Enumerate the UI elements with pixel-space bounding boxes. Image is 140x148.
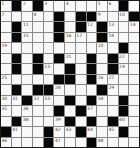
black-cell-r9c4 bbox=[33, 85, 43, 95]
white-cell-r6c5[interactable] bbox=[44, 54, 54, 64]
white-cell-r12c10[interactable] bbox=[97, 117, 107, 127]
clue-number: 48 bbox=[98, 138, 104, 143]
clue-number: 21 bbox=[66, 54, 72, 59]
clue-number: 22 bbox=[119, 54, 125, 59]
white-cell-r6c12[interactable]: 22 bbox=[119, 54, 129, 64]
black-cell-r6c9 bbox=[87, 54, 97, 64]
white-cell-r4c12[interactable] bbox=[119, 33, 129, 43]
black-cell-r4c6 bbox=[54, 33, 64, 43]
white-cell-r12c1[interactable] bbox=[1, 117, 11, 127]
white-cell-r8c3[interactable] bbox=[22, 75, 32, 85]
white-cell-r5c10[interactable]: 20 bbox=[97, 43, 107, 53]
clue-number: 26 bbox=[98, 75, 104, 80]
white-cell-r10c8[interactable] bbox=[76, 96, 86, 106]
black-cell-r6c4 bbox=[33, 54, 43, 64]
clue-number: 11 bbox=[23, 22, 29, 27]
white-cell-r4c8[interactable]: 17 bbox=[76, 33, 86, 43]
white-cell-r3c5[interactable] bbox=[44, 22, 54, 32]
white-cell-r10c13[interactable] bbox=[129, 96, 139, 106]
white-cell-r11c13[interactable] bbox=[129, 106, 139, 116]
clue-number: 42 bbox=[55, 127, 61, 132]
white-cell-r3c1[interactable] bbox=[1, 22, 11, 32]
white-cell-r10c6[interactable] bbox=[54, 96, 64, 106]
clue-number: 16 bbox=[66, 33, 72, 38]
black-cell-r3c10 bbox=[97, 22, 107, 32]
white-cell-r9c11[interactable]: 29 bbox=[108, 85, 118, 95]
black-cell-r12c7 bbox=[65, 117, 75, 127]
black-cell-r2c6 bbox=[54, 12, 64, 22]
black-cell-r11c12 bbox=[119, 106, 129, 116]
black-cell-r13c5 bbox=[44, 127, 54, 137]
white-cell-r5c1[interactable]: 19 bbox=[1, 43, 11, 53]
clue-number: 3 bbox=[44, 1, 47, 6]
white-cell-r11c9[interactable]: 37 bbox=[87, 106, 97, 116]
black-cell-r10c9 bbox=[87, 96, 97, 106]
white-cell-r5c6[interactable] bbox=[54, 43, 64, 53]
white-cell-r4c1[interactable] bbox=[1, 33, 11, 43]
white-cell-r7c5[interactable]: 23 bbox=[44, 64, 54, 74]
white-cell-r14c2[interactable] bbox=[12, 138, 22, 148]
white-cell-r14c10[interactable]: 48 bbox=[97, 138, 107, 148]
white-cell-r5c9[interactable] bbox=[87, 43, 97, 53]
white-cell-r3c11[interactable]: 13 bbox=[108, 22, 118, 32]
white-cell-r6c13[interactable] bbox=[129, 54, 139, 64]
black-cell-r2c9 bbox=[87, 12, 97, 22]
clue-number: 32 bbox=[34, 96, 40, 101]
white-cell-r10c11[interactable] bbox=[108, 96, 118, 106]
black-cell-r14c5 bbox=[44, 138, 54, 148]
white-cell-r11c7[interactable] bbox=[65, 106, 75, 116]
black-cell-r6c11 bbox=[108, 54, 118, 64]
clue-number: 45 bbox=[108, 127, 114, 132]
white-cell-r13c3[interactable] bbox=[22, 127, 32, 137]
black-cell-r8c9 bbox=[87, 75, 97, 85]
white-cell-r13c10[interactable] bbox=[97, 127, 107, 137]
white-cell-r7c8[interactable] bbox=[76, 64, 86, 74]
black-cell-r2c13 bbox=[129, 12, 139, 22]
clue-number: 7 bbox=[2, 12, 5, 17]
white-cell-r4c5[interactable] bbox=[44, 33, 54, 43]
black-cell-r4c2 bbox=[12, 33, 22, 43]
clue-number: 36 bbox=[23, 106, 29, 111]
clue-number: 37 bbox=[87, 106, 93, 111]
white-cell-r5c5[interactable] bbox=[44, 43, 54, 53]
white-cell-r9c12[interactable] bbox=[119, 85, 129, 95]
white-cell-r2c7[interactable] bbox=[65, 12, 75, 22]
white-cell-r2c1[interactable]: 7 bbox=[1, 12, 11, 22]
white-cell-r3c3[interactable]: 11 bbox=[22, 22, 32, 32]
clue-number: 5 bbox=[98, 1, 101, 6]
clue-number: 41 bbox=[12, 127, 18, 132]
white-cell-r2c4[interactable]: 8 bbox=[33, 12, 43, 22]
white-cell-r12c13[interactable] bbox=[129, 117, 139, 127]
white-cell-r13c7[interactable]: 43 bbox=[65, 127, 75, 137]
white-cell-r3c13[interactable]: 14 bbox=[129, 22, 139, 32]
white-cell-r9c8[interactable] bbox=[76, 85, 86, 95]
clue-number: 38 bbox=[23, 117, 29, 122]
black-cell-r3c8 bbox=[76, 22, 86, 32]
white-cell-r5c13[interactable] bbox=[129, 43, 139, 53]
white-cell-r1c11[interactable]: 6 bbox=[108, 1, 118, 11]
white-cell-r14c6[interactable]: 47 bbox=[54, 138, 64, 148]
white-cell-r13c13[interactable] bbox=[129, 127, 139, 137]
white-cell-r8c1[interactable]: 25 bbox=[1, 75, 11, 85]
clue-number: 30 bbox=[2, 96, 8, 101]
white-cell-r13c4[interactable] bbox=[33, 127, 43, 137]
clue-number: 47 bbox=[55, 138, 61, 143]
black-cell-r14c9 bbox=[87, 138, 97, 148]
black-cell-r2c8 bbox=[76, 12, 86, 22]
white-cell-r11c2[interactable] bbox=[12, 106, 22, 116]
crossword-grid: 1234567891011121314151617181920212223242… bbox=[0, 0, 140, 148]
white-cell-r8c4[interactable] bbox=[33, 75, 43, 85]
white-cell-r11c3[interactable]: 36 bbox=[22, 106, 32, 116]
white-cell-r1c7[interactable]: 4 bbox=[65, 1, 75, 11]
white-cell-r4c9[interactable] bbox=[87, 33, 97, 43]
white-cell-r1c6[interactable] bbox=[54, 1, 64, 11]
white-cell-r12c12[interactable]: 40 bbox=[119, 117, 129, 127]
clue-number: 43 bbox=[66, 127, 72, 132]
white-cell-r8c11[interactable]: 27 bbox=[108, 75, 118, 85]
black-cell-r12c11 bbox=[108, 117, 118, 127]
clue-number: 28 bbox=[55, 85, 61, 90]
clue-number: 19 bbox=[2, 43, 8, 48]
black-cell-r12c9 bbox=[87, 117, 97, 127]
white-cell-r6c1[interactable] bbox=[1, 54, 11, 64]
white-cell-r6c10[interactable] bbox=[97, 54, 107, 64]
white-cell-r7c6[interactable] bbox=[54, 64, 64, 74]
clue-number: 17 bbox=[76, 33, 82, 38]
white-cell-r2c3[interactable] bbox=[22, 12, 32, 22]
white-cell-r6c8[interactable] bbox=[76, 54, 86, 64]
clue-number: 46 bbox=[2, 138, 8, 143]
clue-number: 15 bbox=[23, 33, 29, 38]
black-cell-r1c2 bbox=[12, 1, 22, 11]
white-cell-r12c5[interactable] bbox=[44, 117, 54, 127]
white-cell-r1c3[interactable]: 2 bbox=[22, 1, 32, 11]
black-cell-r8c6 bbox=[54, 75, 64, 85]
white-cell-r10c10[interactable]: 34 bbox=[97, 96, 107, 106]
white-cell-r8c5[interactable] bbox=[44, 75, 54, 85]
white-cell-r2c12[interactable]: 10 bbox=[119, 12, 129, 22]
white-cell-r5c7[interactable] bbox=[65, 43, 75, 53]
white-cell-r6c7[interactable]: 21 bbox=[65, 54, 75, 64]
white-cell-r1c10[interactable]: 5 bbox=[97, 1, 107, 11]
clue-number: 13 bbox=[108, 22, 114, 27]
white-cell-r8c13[interactable] bbox=[129, 75, 139, 85]
white-cell-r1c1[interactable]: 1 bbox=[1, 1, 11, 11]
clue-number: 1 bbox=[2, 1, 5, 6]
black-cell-r13c8 bbox=[76, 127, 86, 137]
white-cell-r1c8[interactable] bbox=[76, 1, 86, 11]
white-cell-r5c8[interactable] bbox=[76, 43, 86, 53]
white-cell-r7c13[interactable] bbox=[129, 64, 139, 74]
clue-number: 39 bbox=[55, 117, 61, 122]
white-cell-r5c11[interactable] bbox=[108, 43, 118, 53]
white-cell-r4c11[interactable]: 18 bbox=[108, 33, 118, 43]
clue-number: 10 bbox=[119, 12, 125, 17]
white-cell-r2c5[interactable] bbox=[44, 12, 54, 22]
clue-number: 29 bbox=[108, 85, 114, 90]
white-cell-r12c8[interactable] bbox=[76, 117, 86, 127]
white-cell-r13c6[interactable]: 42 bbox=[54, 127, 64, 137]
white-cell-r14c12[interactable] bbox=[119, 138, 129, 148]
white-cell-r3c12[interactable] bbox=[119, 22, 129, 32]
clue-number: 6 bbox=[108, 1, 111, 6]
clue-number: 9 bbox=[98, 12, 101, 17]
white-cell-r4c13[interactable] bbox=[129, 33, 139, 43]
white-cell-r2c2[interactable] bbox=[12, 12, 22, 22]
white-cell-r10c1[interactable]: 30 bbox=[1, 96, 11, 106]
clue-number: 44 bbox=[87, 127, 93, 132]
white-cell-r14c4[interactable] bbox=[33, 138, 43, 148]
clue-number: 24 bbox=[119, 64, 125, 69]
white-cell-r13c11[interactable]: 45 bbox=[108, 127, 118, 137]
white-cell-r11c4[interactable] bbox=[33, 106, 43, 116]
white-cell-r5c3[interactable] bbox=[22, 43, 32, 53]
black-cell-r10c3 bbox=[22, 96, 32, 106]
clue-number: 31 bbox=[12, 96, 18, 101]
white-cell-r7c3[interactable] bbox=[22, 64, 32, 74]
white-cell-r9c7[interactable] bbox=[65, 85, 75, 95]
white-cell-r14c13[interactable] bbox=[129, 138, 139, 148]
white-cell-r1c9[interactable] bbox=[87, 1, 97, 11]
white-cell-r12c6[interactable]: 39 bbox=[54, 117, 64, 127]
black-cell-r5c12 bbox=[119, 43, 129, 53]
white-cell-r10c5[interactable]: 33 bbox=[44, 96, 54, 106]
black-cell-r11c8 bbox=[76, 106, 86, 116]
white-cell-r3c9[interactable]: 12 bbox=[87, 22, 97, 32]
white-cell-r13c2[interactable]: 41 bbox=[12, 127, 22, 137]
black-cell-r3c2 bbox=[12, 22, 22, 32]
clue-number: 34 bbox=[98, 96, 104, 101]
clue-number: 18 bbox=[108, 33, 114, 38]
white-cell-r10c2[interactable]: 31 bbox=[12, 96, 22, 106]
clue-number: 33 bbox=[44, 96, 50, 101]
white-cell-r4c7[interactable]: 16 bbox=[65, 33, 75, 43]
white-cell-r10c4[interactable]: 32 bbox=[33, 96, 43, 106]
black-cell-r1c4 bbox=[33, 1, 43, 11]
black-cell-r10c7 bbox=[65, 96, 75, 106]
white-cell-r2c10[interactable]: 9 bbox=[97, 12, 107, 22]
black-cell-r13c12 bbox=[119, 127, 129, 137]
white-cell-r7c10[interactable] bbox=[97, 64, 107, 74]
clue-number: 27 bbox=[108, 75, 114, 80]
clue-number: 12 bbox=[87, 22, 93, 27]
black-cell-r1c12 bbox=[119, 1, 129, 11]
clue-number: 35 bbox=[2, 106, 8, 111]
white-cell-r8c12[interactable] bbox=[119, 75, 129, 85]
black-cell-r6c6 bbox=[54, 54, 64, 64]
white-cell-r14c11[interactable] bbox=[108, 138, 118, 148]
black-cell-r13c1 bbox=[1, 127, 11, 137]
white-cell-r1c5[interactable]: 3 bbox=[44, 1, 54, 11]
white-cell-r5c2[interactable] bbox=[12, 43, 22, 53]
clue-number: 4 bbox=[66, 1, 69, 6]
white-cell-r9c6[interactable]: 28 bbox=[54, 85, 64, 95]
white-cell-r6c3[interactable] bbox=[22, 54, 32, 64]
white-cell-r4c4[interactable] bbox=[33, 33, 43, 43]
black-cell-r7c9 bbox=[87, 64, 97, 74]
black-cell-r11c6 bbox=[54, 106, 64, 116]
black-cell-r7c11 bbox=[108, 64, 118, 74]
white-cell-r11c5[interactable] bbox=[44, 106, 54, 116]
white-cell-r9c3[interactable] bbox=[22, 85, 32, 95]
white-cell-r1c13[interactable] bbox=[129, 1, 139, 11]
white-cell-r4c3[interactable]: 15 bbox=[22, 33, 32, 43]
white-cell-r8c8[interactable] bbox=[76, 75, 86, 85]
white-cell-r9c13[interactable] bbox=[129, 85, 139, 95]
black-cell-r7c4 bbox=[33, 64, 43, 74]
white-cell-r2c11[interactable] bbox=[108, 12, 118, 22]
white-cell-r14c1[interactable]: 46 bbox=[1, 138, 11, 148]
black-cell-r9c2 bbox=[12, 85, 22, 95]
black-cell-r9c10 bbox=[97, 85, 107, 95]
white-cell-r5c4[interactable] bbox=[33, 43, 43, 53]
white-cell-r9c9[interactable] bbox=[87, 85, 97, 95]
white-cell-r12c3[interactable]: 38 bbox=[22, 117, 32, 127]
black-cell-r7c2 bbox=[12, 64, 22, 74]
clue-number: 25 bbox=[2, 75, 8, 80]
clue-number: 40 bbox=[119, 117, 125, 122]
white-cell-r7c1[interactable] bbox=[1, 64, 11, 74]
white-cell-r8c10[interactable]: 26 bbox=[97, 75, 107, 85]
black-cell-r10c12 bbox=[119, 96, 129, 106]
black-cell-r8c7 bbox=[65, 75, 75, 85]
white-cell-r12c4[interactable] bbox=[33, 117, 43, 127]
white-cell-r14c8[interactable] bbox=[76, 138, 86, 148]
white-cell-r8c2[interactable] bbox=[12, 75, 22, 85]
clue-number: 23 bbox=[44, 64, 50, 69]
black-cell-r12c2 bbox=[12, 117, 22, 127]
white-cell-r11c1[interactable]: 35 bbox=[1, 106, 11, 116]
black-cell-r6c2 bbox=[12, 54, 22, 64]
clue-number: 20 bbox=[98, 43, 104, 48]
black-cell-r7c7 bbox=[65, 64, 75, 74]
clue-number: 14 bbox=[130, 22, 136, 27]
white-cell-r3c7[interactable] bbox=[65, 22, 75, 32]
clue-number: 8 bbox=[34, 12, 37, 17]
white-cell-r9c1[interactable] bbox=[1, 85, 11, 95]
white-cell-r14c3[interactable] bbox=[22, 138, 32, 148]
clue-number: 2 bbox=[23, 1, 26, 6]
black-cell-r9c5 bbox=[44, 85, 54, 95]
white-cell-r7c12[interactable]: 24 bbox=[119, 64, 129, 74]
white-cell-r11c11[interactable] bbox=[108, 106, 118, 116]
white-cell-r14c7[interactable] bbox=[65, 138, 75, 148]
white-cell-r13c9[interactable]: 44 bbox=[87, 127, 97, 137]
white-cell-r11c10[interactable] bbox=[97, 106, 107, 116]
black-cell-r4c10 bbox=[97, 33, 107, 43]
black-cell-r3c6 bbox=[54, 22, 64, 32]
white-cell-r3c4[interactable] bbox=[33, 22, 43, 32]
